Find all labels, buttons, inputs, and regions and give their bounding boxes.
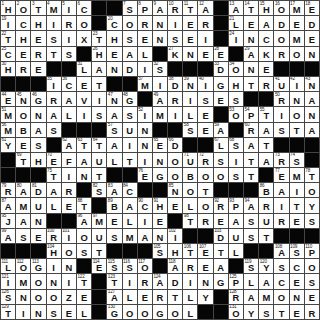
grid-cell-r13c2[interactable]: 80A [16,183,30,197]
grid-cell-r6c13[interactable]: 39N [183,77,197,91]
grid-cell-r10c3[interactable]: S [31,138,45,152]
grid-cell-r2c13[interactable]: E [183,16,197,30]
grid-cell-r10c11[interactable]: 65E [153,138,167,152]
grid-cell-r15c9[interactable]: L [123,214,137,228]
grid-cell-r3c4[interactable]: S [47,31,61,45]
grid-cell-r7c5[interactable]: A [62,92,76,106]
grid-cell-r2c1[interactable]: 19I [1,16,15,30]
grid-cell-r13c18[interactable]: 86B [259,183,273,197]
grid-cell-r19c15[interactable]: G [214,274,228,288]
grid-cell-r1c5[interactable]: 5I [62,1,76,15]
grid-cell-r5c18[interactable]: E [259,62,273,76]
grid-cell-r1c17[interactable]: 14T [244,1,258,15]
grid-cell-r4c15[interactable]: 28E [214,47,228,61]
grid-cell-r2c21[interactable]: D [305,16,319,30]
grid-cell-r9c4[interactable]: S [47,123,61,137]
grid-cell-r6c11[interactable]: I [153,77,167,91]
grid-cell-r5c8[interactable]: N [107,62,121,76]
grid-cell-r21c8[interactable]: 130G [107,305,121,319]
grid-cell-r1c2[interactable]: 2O [16,1,30,15]
grid-cell-r12c7[interactable]: T [92,168,106,182]
grid-cell-r1c4[interactable]: 4M [47,1,61,15]
grid-cell-r8c21[interactable]: N [305,107,319,121]
grid-cell-r20c12[interactable]: T [168,290,182,304]
grid-cell-r10c6[interactable]: 63T [77,138,91,152]
grid-cell-r9c2[interactable]: B [16,123,30,137]
grid-cell-r11c3[interactable]: H [31,153,45,167]
grid-cell-r13c12[interactable]: 85N [168,183,182,197]
grid-cell-r19c12[interactable]: D [168,274,182,288]
grid-cell-r7c21[interactable]: A [305,92,319,106]
grid-cell-r6c19[interactable]: 41U [274,77,288,91]
grid-cell-r18c12[interactable]: 118A [168,259,182,273]
grid-cell-r9c20[interactable]: T [290,123,304,137]
grid-cell-r15c11[interactable]: E [153,214,167,228]
grid-cell-r8c2[interactable]: O [16,107,30,121]
grid-cell-r10c2[interactable]: E [16,138,30,152]
grid-cell-r11c9[interactable]: T [123,153,137,167]
grid-cell-r21c20[interactable]: E [290,305,304,319]
grid-cell-r10c9[interactable]: I [123,138,137,152]
grid-cell-r13c5[interactable]: R [62,183,76,197]
grid-cell-r2c17[interactable]: E [244,16,258,30]
grid-cell-r12c19[interactable]: 77E [274,168,288,182]
grid-cell-r20c5[interactable]: Z [62,290,76,304]
grid-cell-r15c8[interactable]: E [107,214,121,228]
grid-cell-r6c16[interactable]: H [229,77,243,91]
grid-cell-r14c11[interactable]: 91H [153,198,167,212]
grid-cell-r16c12[interactable]: 102I [168,229,182,243]
grid-cell-r7c6[interactable]: V [77,92,91,106]
grid-cell-r16c5[interactable]: 101I [62,229,76,243]
grid-cell-r20c9[interactable]: L [123,290,137,304]
grid-cell-r7c13[interactable]: I [183,92,197,106]
grid-cell-r16c11[interactable]: N [153,229,167,243]
grid-cell-r21c19[interactable]: T [274,305,288,319]
grid-cell-r3c10[interactable]: E [138,31,152,45]
grid-cell-r3c16[interactable]: 24I [229,31,243,45]
grid-cell-r2c14[interactable]: R [198,16,212,30]
grid-cell-r3c6[interactable]: X [77,31,91,45]
grid-cell-r16c15[interactable]: 103D [214,229,228,243]
grid-cell-r5c15[interactable]: 33D [214,62,228,76]
grid-cell-r9c19[interactable]: S [274,123,288,137]
grid-cell-r14c19[interactable]: I [274,198,288,212]
grid-cell-r17c5[interactable]: O [62,244,76,258]
grid-cell-r18c21[interactable]: O [305,259,319,273]
grid-cell-r9c18[interactable]: A [259,123,273,137]
grid-cell-r8c7[interactable]: S [92,107,106,121]
grid-cell-r20c17[interactable]: A [244,290,258,304]
grid-cell-r21c6[interactable]: L [77,305,91,319]
grid-cell-r8c1[interactable]: 51M [1,107,15,121]
grid-cell-r17c12[interactable]: H [168,244,182,258]
grid-cell-r18c5[interactable]: N [62,259,76,273]
grid-cell-r5c3[interactable]: E [31,62,45,76]
grid-cell-r1c16[interactable]: 13A [229,1,243,15]
grid-cell-r20c1[interactable]: 126S [1,290,15,304]
grid-cell-r4c21[interactable]: N [305,47,319,61]
grid-cell-r19c3[interactable]: O [31,274,45,288]
grid-cell-r4c18[interactable]: K [259,47,273,61]
grid-cell-r5c2[interactable]: R [16,62,30,76]
grid-cell-r15c18[interactable]: U [259,214,273,228]
grid-cell-r19c13[interactable]: I [183,274,197,288]
grid-cell-r2c5[interactable]: R [62,16,76,30]
grid-cell-r20c16[interactable]: 128R [229,290,243,304]
grid-cell-r9c1[interactable]: 56M [1,123,15,137]
grid-cell-r16c6[interactable]: O [77,229,91,243]
grid-cell-r4c13[interactable]: N [183,47,197,61]
grid-cell-r17c21[interactable]: 110P [305,244,319,258]
grid-cell-r20c18[interactable]: M [259,290,273,304]
grid-cell-r15c16[interactable]: A [229,214,243,228]
grid-cell-r15c20[interactable]: E [290,214,304,228]
grid-cell-r11c4[interactable]: 70E [47,153,61,167]
grid-cell-r15c2[interactable]: A [16,214,30,228]
grid-cell-r18c1[interactable]: 111L [1,259,15,273]
grid-cell-r12c15[interactable]: O [214,168,228,182]
grid-cell-r11c16[interactable]: I [229,153,243,167]
grid-cell-r3c14[interactable]: I [198,31,212,45]
grid-cell-r11c6[interactable]: A [77,153,91,167]
grid-cell-r1c3[interactable]: 3T [31,1,45,15]
grid-cell-r15c10[interactable]: I [138,214,152,228]
grid-cell-r7c9[interactable]: 48G [123,92,137,106]
grid-cell-r8c8[interactable]: A [107,107,121,121]
grid-cell-r4c7[interactable]: 26H [92,47,106,61]
grid-cell-r15c13[interactable]: 98T [183,214,197,228]
grid-cell-r20c10[interactable]: E [138,290,152,304]
grid-cell-r6c21[interactable]: 43N [305,77,319,91]
grid-cell-r19c2[interactable]: M [16,274,30,288]
grid-cell-r14c10[interactable]: 90C [138,198,152,212]
grid-cell-r18c15[interactable]: A [214,259,228,273]
grid-cell-r21c10[interactable]: O [138,305,152,319]
grid-cell-r21c1[interactable]: 129T [1,305,15,319]
grid-cell-r15c17[interactable]: S [244,214,258,228]
grid-cell-r15c14[interactable]: R [198,214,212,228]
grid-cell-r11c2[interactable]: 69T [16,153,30,167]
grid-cell-r9c10[interactable]: N [138,123,152,137]
grid-cell-r1c20[interactable]: 17M [290,1,304,15]
grid-cell-r5c17[interactable]: N [244,62,258,76]
grid-cell-r8c19[interactable]: I [274,107,288,121]
grid-cell-r10c12[interactable]: 66D [168,138,182,152]
grid-cell-r7c11[interactable]: 49A [153,92,167,106]
grid-cell-r14c17[interactable]: 94A [244,198,258,212]
grid-cell-r12c4[interactable]: 75T [47,168,61,182]
grid-cell-r7c1[interactable]: 44E [1,92,15,106]
grid-cell-r5c1[interactable]: 30H [1,62,15,76]
grid-cell-r19c20[interactable]: E [290,274,304,288]
grid-cell-r2c11[interactable]: N [153,16,167,30]
grid-cell-r9c17[interactable]: 60R [244,123,258,137]
grid-cell-r16c7[interactable]: U [92,229,106,243]
grid-cell-r13c7[interactable]: 82S [92,183,106,197]
grid-cell-r14c6[interactable]: 88T [77,198,91,212]
grid-cell-r4c14[interactable]: E [198,47,212,61]
grid-cell-r1c18[interactable]: 15H [259,1,273,15]
grid-cell-r17c16[interactable]: L [229,244,243,258]
grid-cell-r18c3[interactable]: 113G [31,259,45,273]
grid-cell-r12c5[interactable]: I [62,168,76,182]
grid-cell-r9c15[interactable]: 59A [214,123,228,137]
grid-cell-r18c10[interactable]: 117O [138,259,152,273]
grid-cell-r1c10[interactable]: 8P [138,1,152,15]
grid-cell-r3c7[interactable]: 23T [92,31,106,45]
grid-cell-r9c9[interactable]: U [123,123,137,137]
grid-cell-r13c19[interactable]: A [274,183,288,197]
grid-cell-r14c3[interactable]: U [31,198,45,212]
grid-cell-r19c4[interactable]: N [47,274,61,288]
grid-cell-r8c12[interactable]: I [168,107,182,121]
grid-cell-r13c1[interactable]: 79R [1,183,15,197]
grid-cell-r15c6[interactable]: 96A [77,214,91,228]
grid-cell-r4c4[interactable]: T [47,47,61,61]
grid-cell-r7c12[interactable]: R [168,92,182,106]
grid-cell-r21c3[interactable]: N [31,305,45,319]
grid-cell-r5c7[interactable]: A [92,62,106,76]
grid-cell-r3c3[interactable]: E [31,31,45,45]
grid-cell-r15c7[interactable]: 97M [92,214,106,228]
grid-cell-r19c6[interactable]: 122T [77,274,91,288]
grid-cell-r18c19[interactable]: S [274,259,288,273]
grid-cell-r8c16[interactable]: 53O [229,107,243,121]
grid-cell-r20c2[interactable]: N [16,290,30,304]
grid-cell-r13c21[interactable]: O [305,183,319,197]
grid-cell-r11c11[interactable]: N [153,153,167,167]
grid-cell-r9c21[interactable]: A [305,123,319,137]
grid-cell-r14c12[interactable]: E [168,198,182,212]
grid-cell-r8c6[interactable]: I [77,107,91,121]
grid-cell-r16c16[interactable]: U [229,229,243,243]
grid-cell-r17c6[interactable]: S [77,244,91,258]
grid-cell-r6c17[interactable]: T [244,77,258,91]
grid-cell-r7c20[interactable]: N [290,92,304,106]
grid-cell-r9c14[interactable]: E [198,123,212,137]
grid-cell-r8c20[interactable]: O [290,107,304,121]
grid-cell-r3c9[interactable]: S [123,31,137,45]
grid-cell-r18c7[interactable]: 114E [92,259,106,273]
grid-cell-r17c19[interactable]: 108A [274,244,288,258]
grid-cell-r1c12[interactable]: 10R [168,1,182,15]
grid-cell-r14c15[interactable]: 92R [214,198,228,212]
grid-cell-r14c18[interactable]: R [259,198,273,212]
grid-cell-r15c15[interactable]: E [214,214,228,228]
grid-cell-r15c3[interactable]: N [31,214,45,228]
grid-cell-r10c18[interactable]: T [259,138,273,152]
grid-cell-r17c15[interactable]: T [214,244,228,258]
grid-cell-r14c20[interactable]: T [290,198,304,212]
grid-cell-r19c19[interactable]: C [274,274,288,288]
grid-cell-r2c3[interactable]: H [31,16,45,30]
grid-cell-r16c2[interactable]: S [16,229,30,243]
grid-cell-r6c15[interactable]: G [214,77,228,91]
grid-cell-r13c9[interactable]: 84C [123,183,137,197]
grid-cell-r18c20[interactable]: C [290,259,304,273]
grid-cell-r20c20[interactable]: N [290,290,304,304]
grid-cell-r6c5[interactable]: 36C [62,77,76,91]
grid-cell-r13c20[interactable]: I [290,183,304,197]
grid-cell-r14c5[interactable]: E [62,198,76,212]
grid-cell-r19c18[interactable]: A [259,274,273,288]
grid-cell-r14c4[interactable]: L [47,198,61,212]
grid-cell-r14c1[interactable]: 87A [1,198,15,212]
grid-cell-r1c14[interactable]: 12A [198,1,212,15]
grid-cell-r7c19[interactable]: 50R [274,92,288,106]
grid-cell-r12c11[interactable]: G [153,168,167,182]
grid-cell-r1c9[interactable]: 7S [123,1,137,15]
grid-cell-r2c16[interactable]: 21L [229,16,243,30]
grid-cell-r16c9[interactable]: M [123,229,137,243]
grid-cell-r4c5[interactable]: S [62,47,76,61]
grid-cell-r14c21[interactable]: Y [305,198,319,212]
grid-cell-r5c11[interactable]: 32S [153,62,167,76]
grid-cell-r19c16[interactable]: 125P [229,274,243,288]
grid-cell-r2c6[interactable]: O [77,16,91,30]
grid-cell-r7c8[interactable]: 47N [107,92,121,106]
grid-cell-r16c8[interactable]: S [107,229,121,243]
grid-cell-r21c18[interactable]: S [259,305,273,319]
grid-cell-r20c11[interactable]: R [153,290,167,304]
grid-cell-r3c1[interactable]: 22T [1,31,15,45]
grid-cell-r18c13[interactable]: R [183,259,197,273]
grid-cell-r14c8[interactable]: 89B [107,198,121,212]
grid-cell-r20c4[interactable]: O [47,290,61,304]
grid-cell-r11c7[interactable]: U [92,153,106,167]
grid-cell-r13c4[interactable]: A [47,183,61,197]
grid-cell-r6c6[interactable]: E [77,77,91,91]
grid-cell-r4c19[interactable]: R [274,47,288,61]
grid-cell-r5c9[interactable]: D [123,62,137,76]
grid-cell-r8c17[interactable]: 54P [244,107,258,121]
grid-cell-r11c5[interactable]: F [62,153,76,167]
grid-cell-r19c11[interactable]: 124A [153,274,167,288]
grid-cell-r12c17[interactable]: T [244,168,258,182]
grid-cell-r11c10[interactable]: I [138,153,152,167]
grid-cell-r11c17[interactable]: T [244,153,258,167]
grid-cell-r2c10[interactable]: R [138,16,152,30]
grid-cell-r21c16[interactable]: 131O [229,305,243,319]
grid-cell-r10c8[interactable]: A [107,138,121,152]
grid-cell-r21c4[interactable]: S [47,305,61,319]
grid-cell-r15c21[interactable]: S [305,214,319,228]
grid-cell-r8c4[interactable]: A [47,107,61,121]
grid-cell-r17c14[interactable]: 107E [198,244,212,258]
grid-cell-r15c19[interactable]: R [274,214,288,228]
grid-cell-r2c19[interactable]: D [274,16,288,30]
grid-cell-r11c12[interactable]: O [168,153,182,167]
grid-cell-r11c19[interactable]: 73R [274,153,288,167]
grid-cell-r19c17[interactable]: L [244,274,258,288]
grid-cell-r7c3[interactable]: 46G [31,92,45,106]
grid-cell-r20c8[interactable]: 127A [107,290,121,304]
grid-cell-r8c11[interactable]: M [153,107,167,121]
grid-cell-r14c13[interactable]: L [183,198,197,212]
grid-cell-r6c20[interactable]: 42I [290,77,304,91]
grid-cell-r12c21[interactable]: 78T [305,168,319,182]
grid-cell-r19c9[interactable]: I [123,274,137,288]
grid-cell-r7c15[interactable]: E [214,92,228,106]
grid-cell-r1c21[interactable]: 18E [305,1,319,15]
grid-cell-r1c13[interactable]: 11T [183,1,197,15]
grid-cell-r11c15[interactable]: S [214,153,228,167]
grid-cell-r9c8[interactable]: 57S [107,123,121,137]
grid-cell-r16c17[interactable]: S [244,229,258,243]
grid-cell-r20c3[interactable]: O [31,290,45,304]
grid-cell-r12c13[interactable]: B [183,168,197,182]
grid-cell-r4c20[interactable]: O [290,47,304,61]
grid-cell-r10c7[interactable]: 64T [92,138,106,152]
grid-cell-r13c3[interactable]: 81D [31,183,45,197]
grid-cell-r21c12[interactable]: O [168,305,182,319]
grid-cell-r21c13[interactable]: L [183,305,197,319]
grid-cell-r21c11[interactable]: G [153,305,167,319]
grid-cell-r9c3[interactable]: A [31,123,45,137]
grid-cell-r6c12[interactable]: 38D [168,77,182,91]
grid-cell-r13c13[interactable]: O [183,183,197,197]
grid-cell-r20c6[interactable]: E [77,290,91,304]
grid-cell-r2c18[interactable]: A [259,16,273,30]
grid-cell-r19c14[interactable]: N [198,274,212,288]
grid-cell-r4c10[interactable]: L [138,47,152,61]
grid-cell-r7c4[interactable]: R [47,92,61,106]
grid-cell-r17c11[interactable]: 105S [153,244,167,258]
grid-cell-r8c5[interactable]: L [62,107,76,121]
grid-cell-r21c17[interactable]: Y [244,305,258,319]
grid-cell-r17c4[interactable]: 104H [47,244,61,258]
grid-cell-r11c20[interactable]: 74S [290,153,304,167]
grid-cell-r4c9[interactable]: A [123,47,137,61]
grid-cell-r20c21[interactable]: E [305,290,319,304]
grid-cell-r13c14[interactable]: T [198,183,212,197]
grid-cell-r2c9[interactable]: O [123,16,137,30]
grid-cell-r18c2[interactable]: 112O [16,259,30,273]
grid-cell-r21c21[interactable]: R [305,305,319,319]
grid-cell-r3c20[interactable]: M [290,31,304,45]
grid-cell-r6c4[interactable]: 35I [47,77,61,91]
grid-cell-r12c14[interactable]: O [198,168,212,182]
grid-cell-r18c9[interactable]: 116S [123,259,137,273]
grid-cell-r10c10[interactable]: N [138,138,152,152]
grid-cell-r19c21[interactable]: S [305,274,319,288]
grid-cell-r19c5[interactable]: I [62,274,76,288]
grid-cell-r16c4[interactable]: 100R [47,229,61,243]
grid-cell-r12c10[interactable]: 76E [138,168,152,182]
grid-cell-r16c1[interactable]: 99A [1,229,15,243]
grid-cell-r12c12[interactable]: O [168,168,182,182]
grid-cell-r11c13[interactable]: 71U [183,153,197,167]
grid-cell-r19c1[interactable]: 121I [1,274,15,288]
grid-cell-r3c19[interactable]: O [274,31,288,45]
grid-cell-r4c12[interactable]: 27K [168,47,182,61]
grid-cell-r7c14[interactable]: S [198,92,212,106]
grid-cell-r20c13[interactable]: L [183,290,197,304]
grid-cell-r17c20[interactable]: 109S [290,244,304,258]
grid-cell-r8c13[interactable]: L [183,107,197,121]
grid-cell-r8c14[interactable]: E [198,107,212,121]
grid-cell-r11c18[interactable]: A [259,153,273,167]
grid-cell-r7c2[interactable]: 45N [16,92,30,106]
grid-cell-r12c16[interactable]: S [229,168,243,182]
grid-cell-r6c10[interactable]: 37M [138,77,152,91]
grid-cell-r12c20[interactable]: M [290,168,304,182]
grid-cell-r6c7[interactable]: T [92,77,106,91]
grid-cell-r19c10[interactable]: R [138,274,152,288]
grid-cell-r4c3[interactable]: R [31,47,45,61]
grid-cell-r10c5[interactable]: 62A [62,138,76,152]
